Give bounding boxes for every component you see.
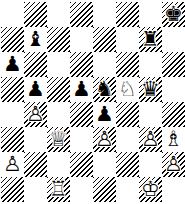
square-a7[interactable] [1, 27, 24, 52]
white-rook-outline-icon: ♖ [47, 177, 70, 202]
square-e3[interactable]: ♟♙ [93, 127, 116, 152]
white-pawn-outline-icon: ♙ [93, 127, 116, 152]
square-a8[interactable] [1, 2, 24, 27]
piece-black-knight: ♞ [93, 77, 116, 102]
square-a4[interactable] [1, 102, 24, 127]
black-queen-icon: ♛ [139, 77, 162, 102]
piece-white-king: ♚♔ [139, 177, 162, 202]
chess-board: ♚♝♜♟♟♟♞♞♘♛♟♙♟♛♕♟♙♟♙♝♗♟♙♟♙♜♖♚♔ [1, 2, 185, 202]
square-g7[interactable]: ♜ [139, 27, 162, 52]
square-d6[interactable] [70, 52, 93, 77]
square-a5[interactable] [1, 77, 24, 102]
square-h5[interactable] [162, 77, 185, 102]
piece-black-queen: ♛ [139, 77, 162, 102]
piece-white-pawn: ♟♙ [162, 152, 185, 177]
black-king-icon: ♚ [162, 2, 185, 27]
square-c2[interactable] [47, 152, 70, 177]
square-h1[interactable] [162, 177, 185, 202]
black-bishop-icon: ♝ [24, 27, 47, 52]
square-d3[interactable] [70, 127, 93, 152]
square-c3[interactable]: ♛♕ [47, 127, 70, 152]
piece-black-pawn: ♟ [1, 52, 24, 77]
square-h3[interactable]: ♝♗ [162, 127, 185, 152]
square-a3[interactable] [1, 127, 24, 152]
piece-black-king: ♚ [162, 2, 185, 27]
square-b3[interactable] [24, 127, 47, 152]
piece-black-pawn: ♟ [93, 102, 116, 127]
white-knight-outline-icon: ♘ [116, 77, 139, 102]
square-h7[interactable] [162, 27, 185, 52]
square-b8[interactable] [24, 2, 47, 27]
piece-white-rook: ♜♖ [47, 177, 70, 202]
piece-white-pawn: ♟♙ [24, 102, 47, 127]
black-pawn-icon: ♟ [70, 77, 93, 102]
black-pawn-icon: ♟ [1, 52, 24, 77]
square-a2[interactable]: ♟♙ [1, 152, 24, 177]
square-c4[interactable] [47, 102, 70, 127]
piece-white-pawn: ♟♙ [139, 127, 162, 152]
black-pawn-icon: ♟ [24, 77, 47, 102]
square-c1[interactable]: ♜♖ [47, 177, 70, 202]
square-f8[interactable] [116, 2, 139, 27]
square-e2[interactable] [93, 152, 116, 177]
square-d8[interactable] [70, 2, 93, 27]
square-e4[interactable]: ♟ [93, 102, 116, 127]
piece-white-pawn: ♟♙ [1, 152, 24, 177]
square-c5[interactable] [47, 77, 70, 102]
square-e8[interactable] [93, 2, 116, 27]
square-g5[interactable]: ♛ [139, 77, 162, 102]
square-c6[interactable] [47, 52, 70, 77]
white-pawn-outline-icon: ♙ [1, 152, 24, 177]
square-b7[interactable]: ♝ [24, 27, 47, 52]
white-pawn-outline-icon: ♙ [162, 152, 185, 177]
piece-black-rook: ♜ [139, 27, 162, 52]
square-f7[interactable] [116, 27, 139, 52]
square-e7[interactable] [93, 27, 116, 52]
square-h6[interactable] [162, 52, 185, 77]
square-e5[interactable]: ♞ [93, 77, 116, 102]
square-f4[interactable] [116, 102, 139, 127]
square-d4[interactable] [70, 102, 93, 127]
square-g8[interactable] [139, 2, 162, 27]
square-g4[interactable] [139, 102, 162, 127]
square-f3[interactable] [116, 127, 139, 152]
square-g1[interactable]: ♚♔ [139, 177, 162, 202]
white-pawn-outline-icon: ♙ [139, 127, 162, 152]
black-pawn-icon: ♟ [93, 102, 116, 127]
square-c8[interactable] [47, 2, 70, 27]
black-rook-icon: ♜ [139, 27, 162, 52]
square-d2[interactable] [70, 152, 93, 177]
square-f6[interactable] [116, 52, 139, 77]
square-h2[interactable]: ♟♙ [162, 152, 185, 177]
square-b4[interactable]: ♟♙ [24, 102, 47, 127]
piece-white-pawn: ♟♙ [93, 127, 116, 152]
square-e6[interactable] [93, 52, 116, 77]
square-b6[interactable] [24, 52, 47, 77]
black-knight-icon: ♞ [93, 77, 116, 102]
square-b1[interactable] [24, 177, 47, 202]
square-f5[interactable]: ♞♘ [116, 77, 139, 102]
square-g2[interactable] [139, 152, 162, 177]
square-c7[interactable] [47, 27, 70, 52]
square-g3[interactable]: ♟♙ [139, 127, 162, 152]
white-king-outline-icon: ♔ [139, 177, 162, 202]
square-g6[interactable] [139, 52, 162, 77]
piece-black-pawn: ♟ [70, 77, 93, 102]
square-h4[interactable] [162, 102, 185, 127]
piece-black-bishop: ♝ [24, 27, 47, 52]
piece-black-pawn: ♟ [24, 77, 47, 102]
square-d7[interactable] [70, 27, 93, 52]
square-f2[interactable] [116, 152, 139, 177]
piece-white-queen: ♛♕ [47, 127, 70, 152]
white-queen-outline-icon: ♕ [47, 127, 70, 152]
square-f1[interactable] [116, 177, 139, 202]
piece-white-knight: ♞♘ [116, 77, 139, 102]
square-b5[interactable]: ♟ [24, 77, 47, 102]
square-e1[interactable] [93, 177, 116, 202]
white-bishop-outline-icon: ♗ [162, 127, 185, 152]
square-h8[interactable]: ♚ [162, 2, 185, 27]
square-d5[interactable]: ♟ [70, 77, 93, 102]
square-a1[interactable] [1, 177, 24, 202]
square-d1[interactable] [70, 177, 93, 202]
square-a6[interactable]: ♟ [1, 52, 24, 77]
piece-white-bishop: ♝♗ [162, 127, 185, 152]
square-b2[interactable] [24, 152, 47, 177]
white-pawn-outline-icon: ♙ [24, 102, 47, 127]
